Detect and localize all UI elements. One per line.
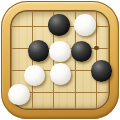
go-app-icon[interactable] <box>1 1 119 119</box>
grid-line-horizontal <box>12 26 108 27</box>
go-board[interactable] <box>10 10 110 110</box>
hoshi-star-point <box>94 46 99 51</box>
grid-line-horizontal <box>12 92 108 93</box>
grid-line-horizontal <box>12 70 108 71</box>
